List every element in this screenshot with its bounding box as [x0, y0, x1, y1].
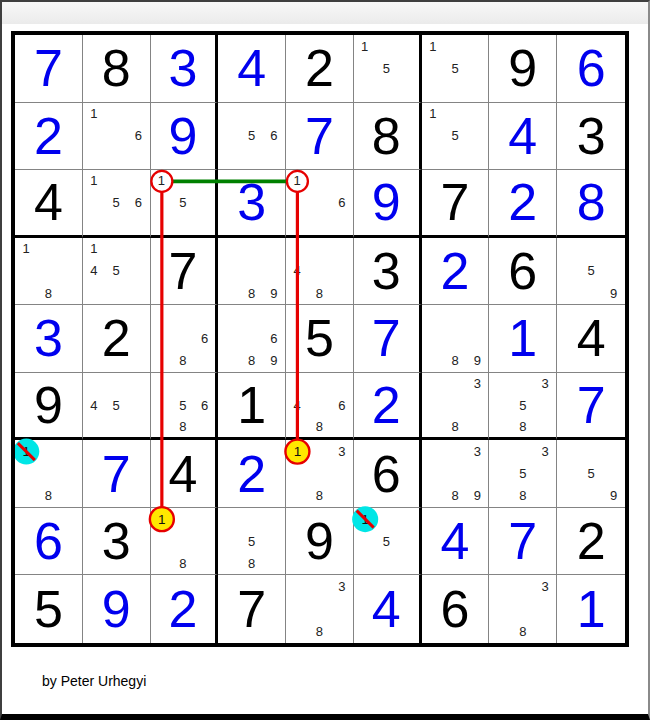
candidate-1: 1	[354, 508, 376, 530]
cell-r6c5[interactable]: 468	[286, 373, 354, 441]
given-digit: 7	[237, 583, 266, 635]
cell-r9c1[interactable]: 5	[15, 575, 83, 643]
candidate-6: 6	[194, 327, 216, 349]
candidate-6: 6	[263, 125, 285, 147]
pencil-marks: 45	[83, 373, 150, 438]
cell-r2c4[interactable]: 56	[218, 103, 286, 171]
cell-r4c3[interactable]: 7	[151, 238, 219, 306]
candidate-5: 5	[444, 57, 466, 79]
cell-r2c9[interactable]: 3	[557, 103, 625, 171]
pencil-marks: 15	[151, 170, 216, 235]
candidate-8: 8	[241, 552, 263, 574]
candidate-8: 8	[308, 282, 330, 304]
cell-r2c1[interactable]: 2	[15, 103, 83, 171]
cell-r7c3[interactable]: 4	[151, 440, 219, 508]
cell-r7c8[interactable]: 358	[489, 440, 557, 508]
candidate-9: 9	[466, 485, 488, 507]
candidate-4: 4	[286, 260, 308, 282]
candidate-1: 1	[83, 103, 105, 125]
cell-r4c7[interactable]: 2	[422, 238, 490, 306]
candidate-5: 5	[444, 125, 466, 147]
given-digit: 8	[372, 110, 401, 162]
candidate-6: 6	[331, 394, 353, 416]
pencil-marks: 16	[286, 170, 353, 235]
solved-digit: 7	[577, 379, 606, 431]
cell-r8c3[interactable]: 18	[151, 508, 219, 576]
candidate-5: 5	[172, 394, 194, 416]
candidate-1: 1	[286, 440, 308, 462]
pencil-marks: 18	[151, 508, 216, 575]
pencil-marks: 38	[286, 575, 353, 643]
cell-r9c3[interactable]: 2	[151, 575, 219, 643]
given-digit: 8	[102, 42, 131, 94]
cell-r5c7[interactable]: 89	[422, 305, 490, 373]
cell-r3c1[interactable]: 4	[15, 170, 83, 238]
candidate-8: 8	[444, 416, 466, 438]
candidate-6: 6	[127, 125, 149, 147]
cell-r7c5[interactable]: 138	[286, 440, 354, 508]
candidate-5: 5	[105, 394, 127, 416]
candidate-8: 8	[241, 350, 263, 372]
solved-digit: 6	[34, 515, 63, 567]
sudoku-grid: 7834215159621695678154341561531697281814…	[15, 35, 625, 643]
pencil-marks: 59	[557, 440, 625, 507]
solved-digit: 7	[372, 312, 401, 364]
candidate-5: 5	[375, 57, 397, 79]
candidate-8: 8	[241, 282, 263, 304]
solved-digit: 9	[372, 176, 401, 228]
cell-r3c9[interactable]: 8	[557, 170, 625, 238]
given-digit: 7	[168, 245, 197, 297]
given-digit: 2	[577, 515, 606, 567]
solved-digit: 9	[102, 583, 131, 635]
given-digit: 6	[441, 583, 470, 635]
cell-r7c2[interactable]: 7	[83, 440, 151, 508]
cell-r5c3[interactable]: 68	[151, 305, 219, 373]
cell-r1c8[interactable]: 9	[489, 35, 557, 103]
cell-r6c3[interactable]: 568	[151, 373, 219, 441]
cell-r7c1[interactable]: 18	[15, 440, 83, 508]
candidate-3: 3	[331, 440, 353, 462]
pencil-marks: 68	[151, 305, 216, 372]
candidate-8: 8	[512, 620, 534, 643]
solved-digit: 2	[168, 583, 197, 635]
candidate-1: 1	[422, 103, 444, 125]
cell-r3c3[interactable]: 15	[151, 170, 219, 238]
cell-r1c6[interactable]: 15	[354, 35, 422, 103]
cell-r3c5[interactable]: 16	[286, 170, 354, 238]
cell-r2c7[interactable]: 15	[422, 103, 490, 171]
candidate-8: 8	[308, 416, 330, 438]
cell-r2c8[interactable]: 4	[489, 103, 557, 171]
given-digit: 2	[102, 312, 131, 364]
candidate-8: 8	[37, 282, 59, 304]
pencil-marks: 18	[15, 440, 82, 507]
cell-r8c1[interactable]: 6	[15, 508, 83, 576]
given-digit: 5	[305, 312, 334, 364]
solved-digit: 7	[305, 110, 334, 162]
candidate-3: 3	[534, 575, 556, 598]
given-digit: 5	[34, 583, 63, 635]
candidate-8: 8	[308, 620, 330, 643]
pencil-marks: 145	[83, 238, 150, 305]
app-window: 7834215159621695678154341561531697281814…	[0, 0, 650, 720]
pencil-marks: 15	[354, 35, 419, 102]
cell-r6c7[interactable]: 38	[422, 373, 490, 441]
solved-digit: 2	[372, 379, 401, 431]
candidate-3: 3	[534, 373, 556, 395]
cell-r5c5[interactable]: 5	[286, 305, 354, 373]
cell-r1c4[interactable]: 4	[218, 35, 286, 103]
pencil-marks: 89	[422, 305, 489, 372]
pencil-marks: 89	[218, 238, 285, 305]
cell-r3c4[interactable]: 3	[218, 170, 286, 238]
candidate-1: 1	[15, 238, 37, 260]
pencil-marks: 59	[557, 238, 625, 305]
cell-r2c5[interactable]: 7	[286, 103, 354, 171]
cell-r6c8[interactable]: 358	[489, 373, 557, 441]
cell-r7c6[interactable]: 6	[354, 440, 422, 508]
solved-digit: 3	[168, 42, 197, 94]
cell-r4c2[interactable]: 145	[83, 238, 151, 306]
given-digit: 4	[577, 312, 606, 364]
solved-digit: 2	[237, 448, 266, 500]
author-credit: by Peter Urhegyi	[42, 673, 146, 689]
candidate-9: 9	[263, 282, 285, 304]
cell-r6c6[interactable]: 2	[354, 373, 422, 441]
candidate-3: 3	[466, 373, 488, 395]
cell-r7c4[interactable]: 2	[218, 440, 286, 508]
cell-r9c9[interactable]: 1	[557, 575, 625, 643]
candidate-5: 5	[512, 394, 534, 416]
cell-r8c9[interactable]: 2	[557, 508, 625, 576]
cell-r6c4[interactable]: 1	[218, 373, 286, 441]
solved-digit: 4	[372, 583, 401, 635]
cell-r2c6[interactable]: 8	[354, 103, 422, 171]
solved-digit: 8	[577, 176, 606, 228]
candidate-1: 1	[83, 170, 105, 192]
pencil-marks: 358	[489, 440, 556, 507]
cell-r5c4[interactable]: 689	[218, 305, 286, 373]
solved-digit: 4	[237, 42, 266, 94]
cell-r8c2[interactable]: 3	[83, 508, 151, 576]
pencil-marks: 15	[422, 103, 489, 170]
candidate-8: 8	[172, 350, 194, 372]
cell-r4c8[interactable]: 6	[489, 238, 557, 306]
candidate-9: 9	[263, 350, 285, 372]
solved-digit: 7	[508, 515, 537, 567]
candidate-9: 9	[602, 485, 625, 507]
cell-r7c7[interactable]: 389	[422, 440, 490, 508]
pencil-marks: 689	[218, 305, 285, 372]
cell-r5c9[interactable]: 4	[557, 305, 625, 373]
candidate-8: 8	[512, 485, 534, 507]
solved-digit: 3	[237, 176, 266, 228]
solved-digit: 1	[508, 312, 537, 364]
cell-r9c6[interactable]: 4	[354, 575, 422, 643]
candidate-8: 8	[172, 416, 194, 438]
cell-r9c5[interactable]: 38	[286, 575, 354, 643]
cell-r3c8[interactable]: 2	[489, 170, 557, 238]
cell-r9c2[interactable]: 9	[83, 575, 151, 643]
given-digit: 3	[102, 515, 131, 567]
cell-r9c7[interactable]: 6	[422, 575, 490, 643]
candidate-5: 5	[105, 260, 127, 282]
cell-r7c9[interactable]: 59	[557, 440, 625, 508]
candidate-1: 1	[151, 170, 173, 192]
cell-r8c8[interactable]: 7	[489, 508, 557, 576]
pencil-marks: 18	[15, 238, 82, 305]
candidate-8: 8	[512, 416, 534, 438]
given-digit: 3	[577, 110, 606, 162]
candidate-5: 5	[172, 192, 194, 214]
solved-digit: 4	[508, 110, 537, 162]
cell-r5c2[interactable]: 2	[83, 305, 151, 373]
given-digit: 3	[372, 245, 401, 297]
given-digit: 2	[305, 42, 334, 94]
cell-r1c1[interactable]: 7	[15, 35, 83, 103]
candidate-5: 5	[105, 192, 127, 214]
candidate-5: 5	[580, 463, 603, 485]
sudoku-board: 7834215159621695678154341561531697281814…	[11, 31, 629, 647]
pencil-marks: 138	[286, 440, 353, 507]
candidate-5: 5	[512, 463, 534, 485]
cell-r2c3[interactable]: 9	[151, 103, 219, 171]
solved-digit: 7	[102, 448, 131, 500]
solved-digit: 1	[577, 583, 606, 635]
candidate-8: 8	[444, 350, 466, 372]
candidate-8: 8	[308, 485, 330, 507]
given-digit: 9	[34, 379, 63, 431]
given-digit: 4	[34, 176, 63, 228]
given-digit: 4	[168, 448, 197, 500]
candidate-4: 4	[83, 260, 105, 282]
cell-r3c6[interactable]: 9	[354, 170, 422, 238]
solved-digit: 7	[34, 42, 63, 94]
pencil-marks: 38	[489, 575, 556, 643]
pencil-marks: 15	[422, 35, 489, 102]
pencil-marks: 16	[83, 103, 150, 170]
cell-r4c5[interactable]: 48	[286, 238, 354, 306]
solved-digit: 6	[577, 42, 606, 94]
pencil-marks: 15	[354, 508, 419, 575]
cell-r2c2[interactable]: 16	[83, 103, 151, 171]
candidate-1: 1	[83, 238, 105, 260]
candidate-4: 4	[83, 394, 105, 416]
cell-r4c4[interactable]: 89	[218, 238, 286, 306]
cell-r5c6[interactable]: 7	[354, 305, 422, 373]
cell-r4c1[interactable]: 18	[15, 238, 83, 306]
pencil-marks: 358	[489, 373, 556, 438]
solved-digit: 2	[508, 176, 537, 228]
candidate-5: 5	[241, 530, 263, 552]
cell-r4c9[interactable]: 59	[557, 238, 625, 306]
candidate-4: 4	[286, 394, 308, 416]
cell-r5c1[interactable]: 3	[15, 305, 83, 373]
cell-r3c7[interactable]: 7	[422, 170, 490, 238]
cell-r3c2[interactable]: 156	[83, 170, 151, 238]
candidate-5: 5	[241, 125, 263, 147]
candidate-9: 9	[602, 282, 625, 304]
cell-r5c8[interactable]: 1	[489, 305, 557, 373]
cell-r6c1[interactable]: 9	[15, 373, 83, 441]
candidate-8: 8	[444, 485, 466, 507]
pencil-marks: 58	[218, 508, 285, 575]
cell-r1c9[interactable]: 6	[557, 35, 625, 103]
cell-r6c2[interactable]: 45	[83, 373, 151, 441]
given-digit: 1	[237, 379, 266, 431]
solved-digit: 2	[441, 245, 470, 297]
candidate-3: 3	[331, 575, 353, 598]
candidate-1: 1	[151, 508, 173, 530]
cell-r6c9[interactable]: 7	[557, 373, 625, 441]
cell-r1c7[interactable]: 15	[422, 35, 490, 103]
candidate-5: 5	[375, 530, 397, 552]
candidate-1: 1	[354, 35, 376, 57]
cell-r1c5[interactable]: 2	[286, 35, 354, 103]
solved-digit: 4	[441, 515, 470, 567]
candidate-8: 8	[37, 485, 59, 507]
cell-r9c4[interactable]: 7	[218, 575, 286, 643]
cell-r8c4[interactable]: 58	[218, 508, 286, 576]
pencil-marks: 56	[218, 103, 285, 170]
candidate-6: 6	[263, 327, 285, 349]
candidate-1: 1	[422, 35, 444, 57]
cell-r8c6[interactable]: 15	[354, 508, 422, 576]
candidate-8: 8	[172, 552, 194, 574]
given-digit: 7	[441, 176, 470, 228]
pencil-marks: 48	[286, 238, 353, 305]
given-digit: 9	[305, 515, 334, 567]
cell-r8c5[interactable]: 9	[286, 508, 354, 576]
candidate-6: 6	[127, 192, 149, 214]
pencil-marks: 156	[83, 170, 150, 235]
title-bar	[2, 2, 648, 24]
pencil-marks: 389	[422, 440, 489, 507]
candidate-3: 3	[466, 440, 488, 462]
candidate-3: 3	[534, 440, 556, 462]
cell-r1c2[interactable]: 8	[83, 35, 151, 103]
cell-r9c8[interactable]: 38	[489, 575, 557, 643]
pencil-marks: 468	[286, 373, 353, 438]
solved-digit: 3	[34, 312, 63, 364]
pencil-marks: 568	[151, 373, 216, 438]
candidate-5: 5	[580, 260, 603, 282]
candidate-1: 1	[286, 170, 308, 192]
given-digit: 6	[372, 448, 401, 500]
candidate-6: 6	[331, 192, 353, 214]
candidate-6: 6	[194, 394, 216, 416]
cell-r1c3[interactable]: 3	[151, 35, 219, 103]
cell-r8c7[interactable]: 4	[422, 508, 490, 576]
pencil-marks: 38	[422, 373, 489, 438]
given-digit: 6	[508, 245, 537, 297]
candidate-9: 9	[466, 350, 488, 372]
solved-digit: 9	[168, 110, 197, 162]
given-digit: 9	[508, 42, 537, 94]
cell-r4c6[interactable]: 3	[354, 238, 422, 306]
candidate-1: 1	[15, 440, 37, 462]
solved-digit: 2	[34, 110, 63, 162]
